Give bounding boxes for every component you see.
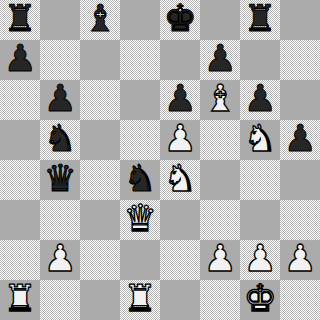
piece-white-king[interactable]: ♚ bbox=[243, 280, 276, 319]
square-f1[interactable] bbox=[200, 280, 240, 320]
square-f6[interactable]: ♝ bbox=[200, 80, 240, 120]
square-a7[interactable]: ♟ bbox=[0, 40, 40, 80]
square-b6[interactable]: ♟ bbox=[40, 80, 80, 120]
square-h3[interactable] bbox=[280, 200, 320, 240]
square-c5[interactable] bbox=[80, 120, 120, 160]
square-b4[interactable]: ♛ bbox=[40, 160, 80, 200]
piece-white-pawn[interactable]: ♟ bbox=[43, 240, 76, 279]
square-c2[interactable] bbox=[80, 240, 120, 280]
square-h6[interactable] bbox=[280, 80, 320, 120]
square-a6[interactable] bbox=[0, 80, 40, 120]
square-h2[interactable]: ♟ bbox=[280, 240, 320, 280]
piece-white-pawn[interactable]: ♟ bbox=[243, 240, 276, 279]
piece-black-pawn[interactable]: ♟ bbox=[3, 40, 36, 79]
square-b1[interactable] bbox=[40, 280, 80, 320]
piece-white-rook[interactable]: ♜ bbox=[123, 280, 156, 319]
piece-white-knight[interactable]: ♞ bbox=[243, 120, 276, 159]
piece-black-knight[interactable]: ♞ bbox=[123, 160, 156, 199]
piece-white-pawn[interactable]: ♟ bbox=[163, 120, 196, 159]
square-c6[interactable] bbox=[80, 80, 120, 120]
square-d7[interactable] bbox=[120, 40, 160, 80]
piece-white-pawn[interactable]: ♟ bbox=[283, 240, 316, 279]
piece-white-pawn[interactable]: ♟ bbox=[203, 240, 236, 279]
square-g4[interactable] bbox=[240, 160, 280, 200]
square-e6[interactable]: ♟ bbox=[160, 80, 200, 120]
piece-white-queen[interactable]: ♛ bbox=[123, 200, 156, 239]
square-a3[interactable] bbox=[0, 200, 40, 240]
square-a8[interactable]: ♜ bbox=[0, 0, 40, 40]
square-d1[interactable]: ♜ bbox=[120, 280, 160, 320]
square-g1[interactable]: ♚ bbox=[240, 280, 280, 320]
piece-black-pawn[interactable]: ♟ bbox=[203, 40, 236, 79]
square-g5[interactable]: ♞ bbox=[240, 120, 280, 160]
square-e1[interactable] bbox=[160, 280, 200, 320]
piece-black-pawn[interactable]: ♟ bbox=[43, 80, 76, 119]
square-e4[interactable]: ♞ bbox=[160, 160, 200, 200]
square-c4[interactable] bbox=[80, 160, 120, 200]
square-c3[interactable] bbox=[80, 200, 120, 240]
piece-black-queen[interactable]: ♛ bbox=[43, 160, 76, 199]
square-g6[interactable]: ♟ bbox=[240, 80, 280, 120]
square-b5[interactable]: ♞ bbox=[40, 120, 80, 160]
square-f4[interactable] bbox=[200, 160, 240, 200]
square-h7[interactable] bbox=[280, 40, 320, 80]
square-b8[interactable] bbox=[40, 0, 80, 40]
square-d6[interactable] bbox=[120, 80, 160, 120]
square-a5[interactable] bbox=[0, 120, 40, 160]
square-b3[interactable] bbox=[40, 200, 80, 240]
square-f8[interactable] bbox=[200, 0, 240, 40]
square-e7[interactable] bbox=[160, 40, 200, 80]
square-c8[interactable]: ♝ bbox=[80, 0, 120, 40]
piece-black-rook[interactable]: ♜ bbox=[243, 0, 276, 39]
square-d4[interactable]: ♞ bbox=[120, 160, 160, 200]
piece-black-pawn[interactable]: ♟ bbox=[163, 80, 196, 119]
square-h1[interactable] bbox=[280, 280, 320, 320]
square-c7[interactable] bbox=[80, 40, 120, 80]
square-a1[interactable]: ♜ bbox=[0, 280, 40, 320]
square-f3[interactable] bbox=[200, 200, 240, 240]
square-e8[interactable]: ♚ bbox=[160, 0, 200, 40]
square-a4[interactable] bbox=[0, 160, 40, 200]
square-d3[interactable]: ♛ bbox=[120, 200, 160, 240]
square-a2[interactable] bbox=[0, 240, 40, 280]
square-d5[interactable] bbox=[120, 120, 160, 160]
piece-black-king[interactable]: ♚ bbox=[163, 0, 196, 39]
square-d8[interactable] bbox=[120, 0, 160, 40]
square-g7[interactable] bbox=[240, 40, 280, 80]
piece-black-pawn[interactable]: ♟ bbox=[243, 80, 276, 119]
piece-white-rook[interactable]: ♜ bbox=[3, 280, 36, 319]
square-f2[interactable]: ♟ bbox=[200, 240, 240, 280]
square-g2[interactable]: ♟ bbox=[240, 240, 280, 280]
piece-black-knight[interactable]: ♞ bbox=[43, 120, 76, 159]
square-c1[interactable] bbox=[80, 280, 120, 320]
piece-black-rook[interactable]: ♜ bbox=[3, 0, 36, 39]
square-f7[interactable]: ♟ bbox=[200, 40, 240, 80]
square-f5[interactable] bbox=[200, 120, 240, 160]
piece-black-bishop[interactable]: ♝ bbox=[83, 0, 116, 39]
square-d2[interactable] bbox=[120, 240, 160, 280]
square-e5[interactable]: ♟ bbox=[160, 120, 200, 160]
square-h5[interactable]: ♟ bbox=[280, 120, 320, 160]
piece-black-pawn[interactable]: ♟ bbox=[283, 120, 316, 159]
piece-white-knight[interactable]: ♞ bbox=[163, 160, 196, 199]
square-h8[interactable] bbox=[280, 0, 320, 40]
square-b2[interactable]: ♟ bbox=[40, 240, 80, 280]
square-h4[interactable] bbox=[280, 160, 320, 200]
chess-board: ♜♝♚♜♟♟♟♟♝♟♞♟♞♟♛♞♞♛♟♟♟♟♜♜♚ bbox=[0, 0, 320, 320]
piece-white-bishop[interactable]: ♝ bbox=[203, 80, 236, 119]
square-g3[interactable] bbox=[240, 200, 280, 240]
square-b7[interactable] bbox=[40, 40, 80, 80]
square-e3[interactable] bbox=[160, 200, 200, 240]
square-e2[interactable] bbox=[160, 240, 200, 280]
square-g8[interactable]: ♜ bbox=[240, 0, 280, 40]
